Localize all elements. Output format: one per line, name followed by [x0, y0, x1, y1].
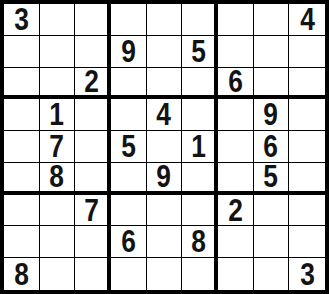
given-digit: 2	[84, 68, 99, 97]
sudoku-cell-r5c9[interactable]	[289, 131, 325, 163]
sudoku-cell-r5c3[interactable]	[75, 131, 111, 163]
sudoku-cell-r1c2[interactable]	[40, 4, 76, 36]
sudoku-cell-r2c6[interactable]: 5	[182, 36, 218, 68]
sudoku-cell-r9c9[interactable]: 3	[289, 258, 325, 290]
sudoku-cell-r8c2[interactable]	[40, 226, 76, 258]
sudoku-cell-r8c3[interactable]	[75, 226, 111, 258]
sudoku-cell-r3c8[interactable]	[254, 68, 290, 100]
given-digit: 1	[191, 131, 206, 162]
sudoku-cell-r8c1[interactable]	[4, 226, 40, 258]
sudoku-cell-r3c6[interactable]	[182, 68, 218, 100]
sudoku-cell-r5c4[interactable]: 5	[111, 131, 147, 163]
sudoku-cell-r8c4[interactable]: 6	[111, 226, 147, 258]
sudoku-cell-r9c7[interactable]	[218, 258, 254, 290]
given-digit: 6	[121, 226, 136, 257]
sudoku-cell-r6c1[interactable]	[4, 163, 40, 195]
sudoku-cell-r4c3[interactable]	[75, 99, 111, 131]
sudoku-cell-r7c8[interactable]	[254, 195, 290, 227]
sudoku-cell-r5c8[interactable]: 6	[254, 131, 290, 163]
sudoku-cell-r6c7[interactable]	[218, 163, 254, 195]
sudoku-cell-r6c8[interactable]: 5	[254, 163, 290, 195]
sudoku-cell-r8c8[interactable]	[254, 226, 290, 258]
sudoku-cell-r2c8[interactable]	[254, 36, 290, 68]
sudoku-board: 3495261497516895726883	[0, 0, 329, 294]
sudoku-cell-r6c4[interactable]	[111, 163, 147, 195]
sudoku-cell-r5c6[interactable]: 1	[182, 131, 218, 163]
sudoku-cell-r7c7[interactable]: 2	[218, 195, 254, 227]
given-digit: 9	[264, 99, 279, 130]
sudoku-cell-r1c4[interactable]	[111, 4, 147, 36]
sudoku-cell-r3c4[interactable]	[111, 68, 147, 100]
sudoku-cell-r3c3[interactable]: 2	[75, 68, 111, 100]
sudoku-cell-r9c3[interactable]	[75, 258, 111, 290]
sudoku-cell-r2c1[interactable]	[4, 36, 40, 68]
sudoku-cell-r6c3[interactable]	[75, 163, 111, 195]
sudoku-cell-r5c5[interactable]	[147, 131, 183, 163]
sudoku-cell-r6c9[interactable]	[289, 163, 325, 195]
given-digit: 1	[50, 99, 65, 130]
sudoku-cell-r2c3[interactable]	[75, 36, 111, 68]
sudoku-cell-r3c2[interactable]	[40, 68, 76, 100]
sudoku-cell-r9c2[interactable]	[40, 258, 76, 290]
sudoku-cell-r8c7[interactable]	[218, 226, 254, 258]
given-digit: 4	[157, 99, 172, 130]
sudoku-cell-r5c7[interactable]	[218, 131, 254, 163]
given-digit: 9	[121, 36, 136, 67]
sudoku-cell-r7c2[interactable]	[40, 195, 76, 227]
sudoku-cell-r6c6[interactable]	[182, 163, 218, 195]
sudoku-cell-r2c2[interactable]	[40, 36, 76, 68]
given-digit: 5	[191, 36, 206, 67]
given-digit: 8	[14, 259, 29, 290]
given-digit: 5	[121, 131, 136, 162]
sudoku-cell-r3c1[interactable]	[4, 68, 40, 100]
sudoku-cell-r4c1[interactable]	[4, 99, 40, 131]
sudoku-cell-r4c5[interactable]: 4	[147, 99, 183, 131]
sudoku-cell-r4c9[interactable]	[289, 99, 325, 131]
given-digit: 3	[14, 4, 29, 35]
sudoku-cell-r3c5[interactable]	[147, 68, 183, 100]
given-digit: 5	[264, 163, 279, 192]
sudoku-cell-r4c6[interactable]	[182, 99, 218, 131]
sudoku-cell-r7c5[interactable]	[147, 195, 183, 227]
sudoku-cell-r1c5[interactable]	[147, 4, 183, 36]
sudoku-cell-r3c9[interactable]	[289, 68, 325, 100]
sudoku-cell-r1c7[interactable]	[218, 4, 254, 36]
given-digit: 6	[264, 131, 279, 162]
sudoku-cell-r2c7[interactable]	[218, 36, 254, 68]
sudoku-cell-r1c1[interactable]: 3	[4, 4, 40, 36]
given-digit: 2	[228, 195, 243, 226]
given-digit: 7	[84, 195, 99, 226]
sudoku-cell-r8c6[interactable]: 8	[182, 226, 218, 258]
given-digit: 3	[300, 259, 315, 290]
sudoku-cell-r5c1[interactable]	[4, 131, 40, 163]
sudoku-cell-r2c4[interactable]: 9	[111, 36, 147, 68]
sudoku-cell-r9c5[interactable]	[147, 258, 183, 290]
given-digit: 8	[191, 226, 206, 257]
sudoku-cell-r9c8[interactable]	[254, 258, 290, 290]
sudoku-cell-r7c9[interactable]	[289, 195, 325, 227]
sudoku-cell-r7c6[interactable]	[182, 195, 218, 227]
sudoku-cell-r6c5[interactable]: 9	[147, 163, 183, 195]
sudoku-cell-r3c7[interactable]: 6	[218, 68, 254, 100]
sudoku-cell-r4c4[interactable]	[111, 99, 147, 131]
sudoku-cell-r7c4[interactable]	[111, 195, 147, 227]
sudoku-cell-r7c3[interactable]: 7	[75, 195, 111, 227]
sudoku-cell-r5c2[interactable]: 7	[40, 131, 76, 163]
sudoku-cell-r4c2[interactable]: 1	[40, 99, 76, 131]
sudoku-cell-r1c9[interactable]: 4	[289, 4, 325, 36]
sudoku-cell-r2c5[interactable]	[147, 36, 183, 68]
given-digit: 9	[157, 163, 172, 192]
sudoku-cell-r4c7[interactable]	[218, 99, 254, 131]
sudoku-cell-r8c5[interactable]	[147, 226, 183, 258]
given-digit: 7	[50, 131, 65, 162]
sudoku-cell-r2c9[interactable]	[289, 36, 325, 68]
sudoku-cell-r1c8[interactable]	[254, 4, 290, 36]
sudoku-cell-r9c4[interactable]	[111, 258, 147, 290]
sudoku-cell-r4c8[interactable]: 9	[254, 99, 290, 131]
sudoku-cell-r7c1[interactable]	[4, 195, 40, 227]
sudoku-cell-r1c3[interactable]	[75, 4, 111, 36]
sudoku-cell-r1c6[interactable]	[182, 4, 218, 36]
sudoku-cell-r6c2[interactable]: 8	[40, 163, 76, 195]
sudoku-cell-r9c6[interactable]	[182, 258, 218, 290]
sudoku-page: 3495261497516895726883	[0, 0, 329, 294]
given-digit: 6	[228, 68, 243, 97]
sudoku-cell-r8c9[interactable]	[289, 226, 325, 258]
given-digit: 8	[50, 163, 65, 192]
sudoku-cell-r9c1[interactable]: 8	[4, 258, 40, 290]
given-digit: 4	[300, 4, 315, 35]
